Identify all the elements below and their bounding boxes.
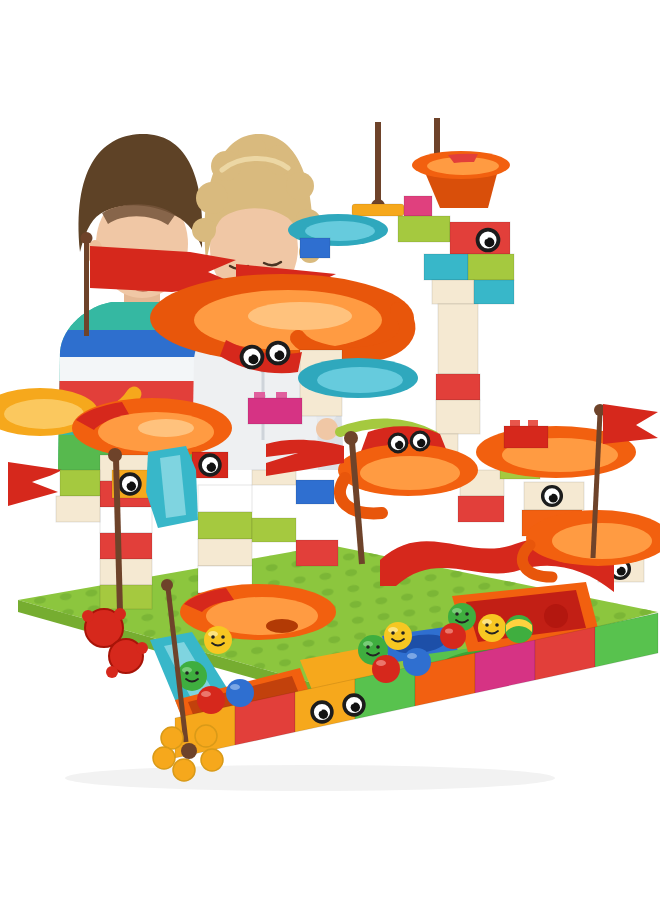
googly-eye xyxy=(200,455,220,475)
googly-eye xyxy=(478,230,499,251)
product-photo xyxy=(0,0,660,904)
ball-dark-red xyxy=(544,604,568,628)
bottom-funnel xyxy=(180,584,336,640)
ball-red xyxy=(197,686,225,714)
googly-eye xyxy=(411,432,429,450)
ball-striped xyxy=(505,615,533,643)
googly-eye xyxy=(344,695,364,715)
swirl3-inner xyxy=(552,523,652,559)
ball-red xyxy=(372,655,400,683)
left-long-pole xyxy=(116,458,120,612)
swirl2-inner xyxy=(360,456,460,490)
ball-blue xyxy=(403,648,431,676)
ball-red xyxy=(440,623,466,649)
googly-eye xyxy=(312,702,332,722)
googly-eye xyxy=(543,487,562,506)
googly-eye xyxy=(389,434,407,452)
flower-center xyxy=(181,743,197,759)
googly-eye xyxy=(120,474,140,494)
yellow-tray-inner xyxy=(4,399,84,429)
orange-bowl-highlight xyxy=(138,419,194,437)
googly-eye xyxy=(268,343,289,364)
pole-knob xyxy=(161,579,173,591)
teal-tray-mid-inner xyxy=(317,367,403,393)
pole-knob xyxy=(344,431,358,445)
orange-cross-piece xyxy=(352,204,404,216)
blue-brick xyxy=(300,238,330,258)
swirl-highlight xyxy=(248,302,352,330)
flagpole-knob xyxy=(81,232,93,244)
ball-blue xyxy=(226,679,254,707)
funnel-hole xyxy=(266,619,298,633)
flagpole xyxy=(84,240,89,336)
marble-run-scene xyxy=(0,0,660,904)
pole-knob xyxy=(108,448,122,462)
ball-yellow-face xyxy=(384,622,412,650)
floor-shadow xyxy=(65,765,555,791)
girl-hand xyxy=(316,418,338,440)
googly-eye xyxy=(242,347,263,368)
ball-yellow-face xyxy=(478,614,506,642)
top-pole-left xyxy=(375,122,381,204)
ball-yellow-face xyxy=(204,626,232,654)
